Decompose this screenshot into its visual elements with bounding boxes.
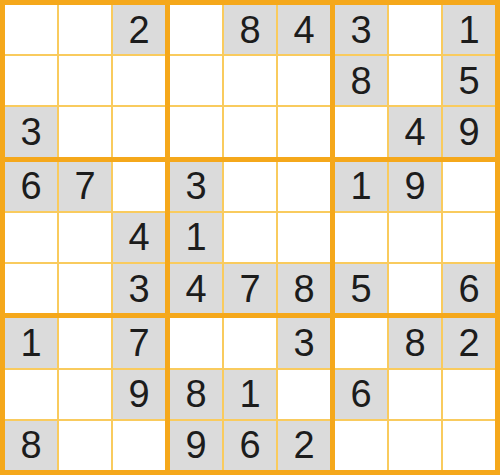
- cell-r7c5[interactable]: [224, 318, 276, 367]
- cell-r9c7[interactable]: [335, 421, 387, 470]
- cell-r6c9[interactable]: 6: [443, 264, 495, 313]
- cell-r3c2[interactable]: [59, 107, 111, 156]
- cell-r1c7[interactable]: 3: [335, 5, 387, 54]
- cell-r6c5[interactable]: 7: [224, 264, 276, 313]
- cell-r7c3[interactable]: 7: [113, 318, 165, 367]
- cell-r2c2[interactable]: [59, 56, 111, 105]
- cell-r9c8[interactable]: [389, 421, 441, 470]
- cell-r7c2[interactable]: [59, 318, 111, 367]
- cell-r7c4[interactable]: [170, 318, 222, 367]
- cell-r6c1[interactable]: [5, 264, 57, 313]
- cell-r9c6[interactable]: 2: [278, 421, 330, 470]
- cell-r2c8[interactable]: [389, 56, 441, 105]
- cell-r3c6[interactable]: [278, 107, 330, 156]
- cell-r3c3[interactable]: [113, 107, 165, 156]
- cell-r1c8[interactable]: [389, 5, 441, 54]
- cell-r5c2[interactable]: [59, 213, 111, 262]
- sudoku-box-2-1: 6743: [5, 162, 165, 314]
- cell-r4c5[interactable]: [224, 162, 276, 211]
- cell-r1c9[interactable]: 1: [443, 5, 495, 54]
- cell-r2c6[interactable]: [278, 56, 330, 105]
- cell-r5c3[interactable]: 4: [113, 213, 165, 262]
- cell-r4c4[interactable]: 3: [170, 162, 222, 211]
- cell-r1c4[interactable]: [170, 5, 222, 54]
- cell-r2c4[interactable]: [170, 56, 222, 105]
- sudoku-box-3-3: 826: [335, 318, 495, 470]
- cell-r2c5[interactable]: [224, 56, 276, 105]
- sudoku-box-1-1: 23: [5, 5, 165, 157]
- cell-r3c7[interactable]: [335, 107, 387, 156]
- cell-r4c1[interactable]: 6: [5, 162, 57, 211]
- cell-r5c7[interactable]: [335, 213, 387, 262]
- cell-r6c6[interactable]: 8: [278, 264, 330, 313]
- cell-r2c9[interactable]: 5: [443, 56, 495, 105]
- cell-r8c8[interactable]: [389, 370, 441, 419]
- cell-r6c2[interactable]: [59, 264, 111, 313]
- cell-r4c3[interactable]: [113, 162, 165, 211]
- sudoku-box-3-2: 381962: [170, 318, 330, 470]
- cell-r9c1[interactable]: 8: [5, 421, 57, 470]
- cell-r3c5[interactable]: [224, 107, 276, 156]
- cell-r7c6[interactable]: 3: [278, 318, 330, 367]
- cell-r9c2[interactable]: [59, 421, 111, 470]
- cell-r3c1[interactable]: 3: [5, 107, 57, 156]
- cell-r4c7[interactable]: 1: [335, 162, 387, 211]
- sudoku-box-3-1: 1798: [5, 318, 165, 470]
- sudoku-board: 238431854967433147819561798381962826: [0, 0, 500, 475]
- cell-r2c1[interactable]: [5, 56, 57, 105]
- cell-r5c6[interactable]: [278, 213, 330, 262]
- cell-r6c7[interactable]: 5: [335, 264, 387, 313]
- cell-r5c4[interactable]: 1: [170, 213, 222, 262]
- cell-r7c1[interactable]: 1: [5, 318, 57, 367]
- sudoku-box-1-3: 318549: [335, 5, 495, 157]
- cell-r8c1[interactable]: [5, 370, 57, 419]
- cell-r1c3[interactable]: 2: [113, 5, 165, 54]
- cell-r2c7[interactable]: 8: [335, 56, 387, 105]
- cell-r6c3[interactable]: 3: [113, 264, 165, 313]
- cell-r6c4[interactable]: 4: [170, 264, 222, 313]
- cell-r3c9[interactable]: 9: [443, 107, 495, 156]
- cell-r8c3[interactable]: 9: [113, 370, 165, 419]
- cell-r5c9[interactable]: [443, 213, 495, 262]
- cell-r4c9[interactable]: [443, 162, 495, 211]
- cell-r3c4[interactable]: [170, 107, 222, 156]
- cell-r6c8[interactable]: [389, 264, 441, 313]
- cell-r5c5[interactable]: [224, 213, 276, 262]
- cell-r9c4[interactable]: 9: [170, 421, 222, 470]
- cell-r9c9[interactable]: [443, 421, 495, 470]
- cell-r4c6[interactable]: [278, 162, 330, 211]
- cell-r7c8[interactable]: 8: [389, 318, 441, 367]
- cell-r9c5[interactable]: 6: [224, 421, 276, 470]
- cell-r9c3[interactable]: [113, 421, 165, 470]
- cell-r8c2[interactable]: [59, 370, 111, 419]
- cell-r7c7[interactable]: [335, 318, 387, 367]
- cell-r8c9[interactable]: [443, 370, 495, 419]
- cell-r3c8[interactable]: 4: [389, 107, 441, 156]
- cell-r8c7[interactable]: 6: [335, 370, 387, 419]
- cell-r5c1[interactable]: [5, 213, 57, 262]
- cell-r4c8[interactable]: 9: [389, 162, 441, 211]
- sudoku-box-2-3: 1956: [335, 162, 495, 314]
- sudoku-box-1-2: 84: [170, 5, 330, 157]
- cell-r5c8[interactable]: [389, 213, 441, 262]
- cell-r2c3[interactable]: [113, 56, 165, 105]
- cell-r8c5[interactable]: 1: [224, 370, 276, 419]
- cell-r4c2[interactable]: 7: [59, 162, 111, 211]
- sudoku-box-2-2: 31478: [170, 162, 330, 314]
- cell-r1c1[interactable]: [5, 5, 57, 54]
- cell-r7c9[interactable]: 2: [443, 318, 495, 367]
- cell-r8c4[interactable]: 8: [170, 370, 222, 419]
- cell-r8c6[interactable]: [278, 370, 330, 419]
- cell-r1c2[interactable]: [59, 5, 111, 54]
- cell-r1c6[interactable]: 4: [278, 5, 330, 54]
- cell-r1c5[interactable]: 8: [224, 5, 276, 54]
